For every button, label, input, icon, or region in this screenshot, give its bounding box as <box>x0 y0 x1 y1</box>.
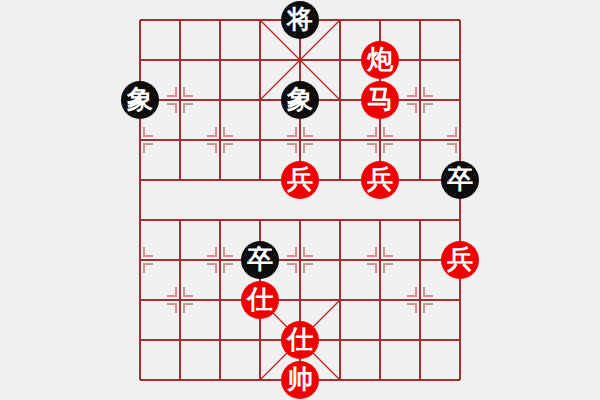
piece-red-general[interactable]: 帅 <box>281 361 319 399</box>
piece-black-general[interactable]: 将 <box>281 1 319 39</box>
piece-red-advisor-center[interactable]: 仕 <box>281 321 319 359</box>
piece-red-soldier-center[interactable]: 兵 <box>281 161 319 199</box>
piece-red-horse[interactable]: 马 <box>361 81 399 119</box>
piece-red-cannon[interactable]: 炮 <box>361 41 399 79</box>
pieces-layer: 将象象卒卒炮马兵兵兵仕仕帅 <box>120 0 480 400</box>
piece-red-soldier-right[interactable]: 兵 <box>441 241 479 279</box>
piece-black-soldier-left[interactable]: 卒 <box>241 241 279 279</box>
piece-red-soldier-mid[interactable]: 兵 <box>361 161 399 199</box>
xiangqi-screenshot: 将象象卒卒炮马兵兵兵仕仕帅 <box>0 0 600 400</box>
piece-black-soldier-right[interactable]: 卒 <box>441 161 479 199</box>
piece-red-advisor-high[interactable]: 仕 <box>241 281 279 319</box>
piece-black-elephant-left[interactable]: 象 <box>121 81 159 119</box>
piece-black-elephant-center[interactable]: 象 <box>281 81 319 119</box>
